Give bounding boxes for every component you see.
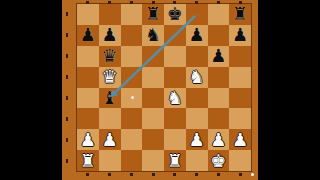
square-h1[interactable] [229,150,251,171]
square-e2[interactable] [164,129,186,150]
square-e4[interactable]: ♞ [164,88,186,109]
square-b1[interactable] [99,150,121,171]
square-b7[interactable]: ♟ [99,25,121,46]
square-g5[interactable] [208,67,230,88]
border-coordinate-tick [66,159,68,163]
square-g2[interactable]: ♟ [208,129,230,150]
piece-black-pawn: ♟ [80,26,96,44]
border-coordinate-tick [66,75,68,79]
piece-black-pawn: ♟ [102,26,118,44]
square-b4[interactable]: ♝ [99,88,121,109]
square-d7[interactable]: ♞ [142,25,164,46]
border-coordinate-tick [66,33,68,37]
piece-black-rook: ♜ [145,5,161,23]
square-a7[interactable]: ♟ [77,25,99,46]
square-h3[interactable] [229,108,251,129]
square-e3[interactable] [164,108,186,129]
square-f4[interactable] [186,88,208,109]
square-f7[interactable]: ♟ [186,25,208,46]
border-coordinate-tick [152,1,155,4]
square-e8[interactable]: ♚ [164,4,186,25]
square-f2[interactable]: ♟ [186,129,208,150]
piece-black-queen: ♛ [102,47,118,65]
square-g3[interactable] [208,108,230,129]
square-b3[interactable] [99,108,121,129]
border-coordinate-tick [152,173,155,176]
square-f3[interactable] [186,108,208,129]
border-coordinate-tick [217,1,220,4]
square-a8[interactable] [77,4,99,25]
square-f5[interactable]: ♞ [186,67,208,88]
border-coordinate-tick [86,173,89,176]
piece-white-pawn: ♟ [189,130,205,148]
square-d4[interactable] [142,88,164,109]
border-coordinate-tick [130,1,133,4]
board-grid: ♜♚♜♟♟♞♟♟♛♟♛♞♝♞♟♟♟♟♟♜♜♚ [77,4,251,171]
border-coordinate-tick [195,173,198,176]
piece-black-pawn: ♟ [189,26,205,44]
border-coordinate-tick [66,54,68,58]
square-e6[interactable] [164,46,186,67]
square-f8[interactable] [186,4,208,25]
piece-white-pawn: ♟ [80,130,96,148]
border-coordinate-tick [66,138,68,142]
square-b6[interactable]: ♛ [99,46,121,67]
piece-white-rook: ♜ [167,151,183,169]
piece-white-pawn: ♟ [232,130,248,148]
square-d2[interactable] [142,129,164,150]
square-d3[interactable] [142,108,164,129]
square-f6[interactable] [186,46,208,67]
square-c7[interactable] [121,25,143,46]
piece-white-pawn: ♟ [102,130,118,148]
piece-white-king: ♚ [210,151,226,169]
square-b8[interactable] [99,4,121,25]
square-a5[interactable] [77,67,99,88]
border-coordinate-tick [86,1,89,4]
square-h4[interactable] [229,88,251,109]
square-b5[interactable]: ♛ [99,67,121,88]
square-c3[interactable] [121,108,143,129]
piece-white-pawn: ♟ [210,130,226,148]
square-g4[interactable] [208,88,230,109]
square-c8[interactable] [121,4,143,25]
square-a3[interactable] [77,108,99,129]
square-h5[interactable] [229,67,251,88]
square-a6[interactable] [77,46,99,67]
chess-board: ♜♚♜♟♟♞♟♟♛♟♛♞♝♞♟♟♟♟♟♜♜♚ [62,0,258,180]
border-coordinate-tick [239,173,242,176]
border-coordinate-tick [66,117,68,121]
square-h2[interactable]: ♟ [229,129,251,150]
square-d8[interactable]: ♜ [142,4,164,25]
piece-black-rook: ♜ [232,5,248,23]
border-coordinate-tick [239,1,242,4]
border-coordinate-tick [217,173,220,176]
square-g6[interactable]: ♟ [208,46,230,67]
square-c1[interactable] [121,150,143,171]
square-a2[interactable]: ♟ [77,129,99,150]
piece-white-knight: ♞ [167,88,183,106]
square-d6[interactable] [142,46,164,67]
piece-black-bishop: ♝ [102,88,118,106]
square-a4[interactable] [77,88,99,109]
border-coordinate-tick [195,1,198,4]
square-h6[interactable] [229,46,251,67]
square-d1[interactable] [142,150,164,171]
square-g7[interactable] [208,25,230,46]
square-b2[interactable]: ♟ [99,129,121,150]
square-c2[interactable] [121,129,143,150]
border-coordinate-tick [173,173,176,176]
border-coordinate-tick [66,12,68,16]
square-e1[interactable]: ♜ [164,150,186,171]
border-coordinate-tick [173,1,176,4]
border-coordinate-tick [66,96,68,100]
square-c5[interactable] [121,67,143,88]
piece-white-knight: ♞ [189,68,205,86]
square-a1[interactable]: ♜ [77,150,99,171]
square-e7[interactable] [164,25,186,46]
square-e5[interactable] [164,67,186,88]
square-d5[interactable] [142,67,164,88]
border-coordinate-tick [130,173,133,176]
piece-white-queen: ♛ [102,68,118,86]
border-coordinate-tick [108,1,111,4]
square-h8[interactable]: ♜ [229,4,251,25]
square-c6[interactable] [121,46,143,67]
square-h7[interactable]: ♟ [229,25,251,46]
piece-black-king: ♚ [167,5,183,23]
border-coordinate-tick [108,173,111,176]
piece-black-pawn: ♟ [210,47,226,65]
piece-black-pawn: ♟ [232,26,248,44]
piece-white-rook: ♜ [80,151,96,169]
cursor-dot [131,96,134,99]
video-frame: ♜♚♜♟♟♞♟♟♛♟♛♞♝♞♟♟♟♟♟♜♜♚ [0,0,320,180]
corner-dot [251,173,254,176]
square-f1[interactable] [186,150,208,171]
piece-black-knight: ♞ [145,26,161,44]
square-g1[interactable]: ♚ [208,150,230,171]
square-g8[interactable] [208,4,230,25]
